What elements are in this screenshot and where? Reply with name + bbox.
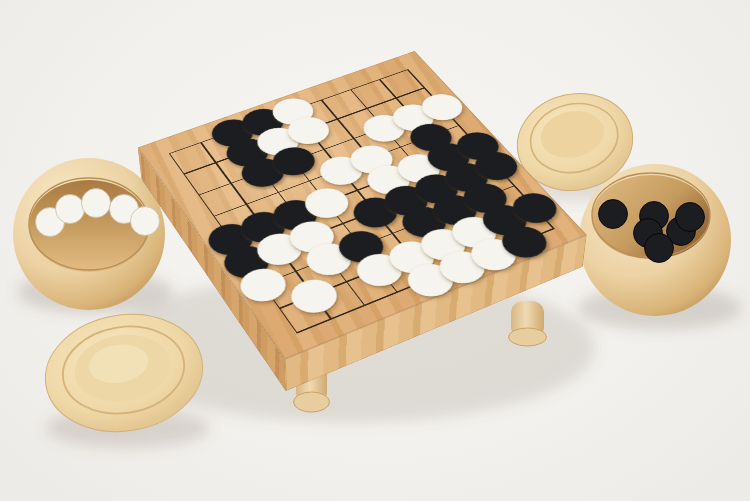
stone-white-c6r9: ● bbox=[434, 246, 485, 282]
stone-white-c5r1: ● bbox=[268, 94, 313, 123]
stone-white-c3r7: ● bbox=[302, 239, 352, 275]
bowl-white-stone-5 bbox=[131, 207, 160, 236]
go-set-photo: ●●●●●●●●●●●●●●●●●●●●●●●●●●●●●●●●●●●●●●●●… bbox=[0, 0, 750, 501]
stone-white-c7r8: ● bbox=[447, 212, 497, 246]
stone-black-c7r7: ● bbox=[428, 191, 477, 224]
bowl-black-stone-5 bbox=[645, 234, 674, 263]
stone-white-c3r6: ● bbox=[285, 217, 334, 252]
bowl-white-stone-3 bbox=[82, 189, 111, 218]
stone-white-c9r3: ● bbox=[417, 90, 463, 119]
stone-black-c9r5: ● bbox=[452, 128, 499, 159]
stone-white-c4r2: ● bbox=[253, 124, 299, 155]
stone-grid: ●●●●●●●●●●●●●●●●●●●●●●●●●●●●●●●●●●●●●●●●… bbox=[147, 56, 580, 353]
bowl-black-stone-6 bbox=[676, 203, 705, 232]
stone-black-c8r6: ● bbox=[440, 159, 488, 191]
stone-black-c4r1: ● bbox=[238, 105, 283, 135]
stone-white-c5r9: ● bbox=[402, 259, 453, 295]
stone-black-c1r6: ● bbox=[220, 241, 269, 277]
stone-white-c7r9: ● bbox=[466, 234, 517, 269]
goban-scene: ●●●●●●●●●●●●●●●●●●●●●●●●●●●●●●●●●●●●●●●●… bbox=[191, 25, 521, 355]
stone-black-c1r5: ● bbox=[204, 219, 253, 254]
stone-white-c1r7: ● bbox=[236, 264, 286, 301]
go-board: ●●●●●●●●●●●●●●●●●●●●●●●●●●●●●●●●●●●●●●●●… bbox=[138, 51, 587, 359]
stone-white-c4r8: ● bbox=[352, 249, 402, 285]
stone-white-c6r5: ● bbox=[362, 161, 410, 193]
stone-black-c9r6: ● bbox=[470, 148, 518, 180]
bowl-white-stone-2 bbox=[56, 195, 85, 224]
stone-white-c7r5: ● bbox=[393, 150, 441, 182]
stone-black-c7r6: ● bbox=[410, 170, 458, 203]
stone-white-c2r8: ● bbox=[286, 274, 337, 311]
bowl-black-stone-1 bbox=[599, 200, 628, 229]
stone-black-c6r6: ● bbox=[380, 182, 429, 215]
stone-white-c7r3: ● bbox=[359, 111, 405, 141]
stone-black-c4r7: ● bbox=[334, 227, 384, 262]
stone-black-c6r7: ● bbox=[397, 203, 446, 237]
stone-black-c3r1: ● bbox=[208, 115, 253, 145]
stone-black-c5r6: ● bbox=[349, 193, 398, 226]
right-bowl bbox=[579, 164, 731, 316]
